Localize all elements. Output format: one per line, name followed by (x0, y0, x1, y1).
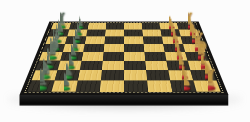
board-frame: ♜♟♟♜♞♟♟♞♝♟♟♝♛♟♟♛♚♟♟♚♝♟♟♝♞♟♟♞♜♟♟♜ (20, 21, 229, 95)
board-square (144, 44, 165, 52)
board-square (83, 44, 104, 52)
board-square (124, 52, 145, 61)
board-square (80, 61, 103, 70)
board-square (76, 80, 101, 91)
piece-base (33, 86, 47, 91)
board-square (124, 80, 148, 91)
board-square: ♜ (193, 80, 220, 91)
board-square (103, 52, 124, 61)
board-square (124, 44, 144, 52)
chess-set-photo: ♜♟♟♜♞♟♟♞♝♟♟♝♛♟♟♛♚♟♟♚♝♟♟♝♞♟♟♞♜♟♟♜ (0, 0, 250, 122)
board-square (101, 70, 124, 80)
chess-board: ♜♟♟♜♞♟♟♞♝♟♟♝♛♟♟♛♚♟♟♚♝♟♟♝♞♟♟♞♜♟♟♜ (20, 21, 229, 95)
board-square (142, 30, 162, 37)
board-square (146, 70, 170, 80)
board-square: ♟ (51, 80, 77, 91)
board-square (86, 30, 106, 37)
board-square (78, 70, 102, 80)
piece-base (58, 87, 70, 91)
board-square (144, 52, 166, 61)
board-square: ♜ (27, 80, 54, 91)
board-square: ♟ (170, 80, 196, 91)
board-square (143, 36, 163, 43)
board-square (124, 70, 147, 80)
board-square (104, 44, 124, 52)
board-side-edge (20, 95, 229, 106)
board-square (145, 61, 168, 70)
board-square (104, 36, 124, 43)
board-square (124, 30, 143, 37)
board-square (124, 36, 144, 43)
board-square (85, 36, 105, 43)
piece-base (178, 87, 190, 91)
board-square (102, 61, 124, 70)
board-square (100, 80, 124, 91)
piece-base (201, 86, 215, 91)
board-grid: ♜♟♟♜♞♟♟♞♝♟♟♝♛♟♟♛♚♟♟♚♝♟♟♝♞♟♟♞♜♟♟♜ (27, 23, 221, 92)
board-square (82, 52, 104, 61)
board-square (124, 61, 146, 70)
board-square (105, 30, 124, 37)
board-square (147, 80, 172, 91)
